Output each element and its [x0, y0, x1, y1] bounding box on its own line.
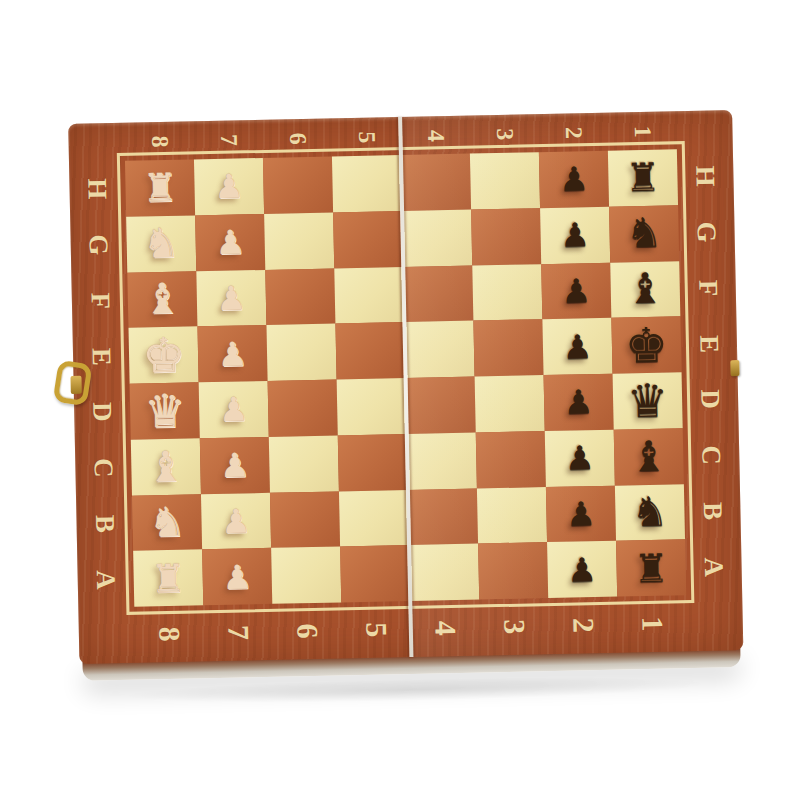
square-b1: ♞: [615, 484, 685, 541]
square-e1: ♚: [611, 316, 681, 373]
square-h2: ♟: [539, 151, 609, 208]
square-a1: ♜: [616, 539, 686, 596]
dark-pawn: ♟: [565, 441, 595, 475]
coord-label-left-E: E: [85, 347, 116, 366]
light-pawn: ♟: [214, 170, 244, 204]
brass-clasp-icon: [53, 360, 93, 407]
light-rook: ♜: [142, 168, 178, 208]
coord-label-right-A: A: [698, 557, 729, 577]
square-d8: ♛: [130, 382, 200, 439]
coord-label-right-G: G: [691, 221, 722, 243]
coord-label-bottom-7: 7: [221, 625, 255, 641]
square-g5: [333, 211, 403, 268]
square-e6: [266, 324, 336, 381]
square-e7: ♟: [197, 325, 267, 382]
light-pawn: ♟: [217, 337, 247, 371]
coord-label-left-H: H: [82, 178, 113, 200]
square-h4: [401, 154, 471, 211]
dark-pawn: ♟: [566, 497, 596, 531]
coord-label-bottom-5: 5: [359, 622, 393, 638]
coord-label-top-5: 5: [352, 130, 379, 143]
square-d6: [268, 379, 338, 436]
square-h7: ♟: [194, 158, 264, 215]
square-b8: ♞: [132, 494, 202, 551]
square-f8: ♝: [127, 271, 197, 328]
dark-pawn: ♟: [560, 218, 590, 252]
square-c1: ♝: [614, 428, 684, 485]
square-a5: [340, 545, 410, 602]
square-c2: ♟: [545, 429, 615, 486]
coord-label-top-2: 2: [559, 126, 586, 139]
square-c8: ♝: [131, 438, 201, 495]
dark-knight: ♞: [625, 213, 663, 255]
square-d5: [337, 378, 407, 435]
dark-rook: ♜: [633, 548, 669, 588]
square-f6: [265, 268, 335, 325]
square-h3: [470, 152, 540, 209]
square-f1: ♝: [610, 261, 680, 318]
dark-king: ♚: [624, 321, 668, 370]
square-e5: [335, 322, 405, 379]
chess-board: 87654321 87654321 HGFEDCBA HGFEDCBA ♜♟♟♜…: [68, 110, 744, 686]
square-a2: ♟: [547, 541, 617, 598]
square-d2: ♟: [544, 374, 614, 431]
coord-label-left-G: G: [83, 234, 114, 256]
square-g2: ♟: [540, 206, 610, 263]
square-c3: [476, 431, 546, 488]
light-pawn: ♟: [216, 281, 246, 315]
square-a8: ♜: [133, 550, 203, 607]
square-g8: ♞: [126, 215, 196, 272]
coord-label-bottom-1: 1: [635, 616, 669, 632]
coord-label-bottom-8: 8: [152, 626, 186, 642]
square-c6: [269, 435, 339, 492]
square-a6: [271, 547, 341, 604]
coord-label-bottom-6: 6: [290, 623, 324, 639]
square-h8: ♜: [125, 159, 195, 216]
square-d1: ♛: [613, 372, 683, 429]
square-b3: [477, 487, 547, 544]
coord-label-bottom-4: 4: [428, 620, 462, 636]
light-knight: ♞: [142, 223, 180, 265]
coord-label-right-E: E: [693, 334, 724, 353]
coord-label-right-D: D: [694, 389, 725, 409]
square-g1: ♞: [609, 205, 679, 262]
light-knight: ♞: [148, 502, 186, 544]
dark-bishop: ♝: [626, 268, 665, 311]
square-b2: ♟: [546, 485, 616, 542]
square-b5: [339, 489, 409, 546]
square-g4: [402, 209, 472, 266]
coord-label-right-B: B: [697, 502, 728, 521]
coord-label-left-B: B: [89, 514, 120, 533]
square-b6: [270, 491, 340, 548]
dark-pawn: ♟: [561, 274, 591, 308]
square-f7: ♟: [196, 269, 266, 326]
square-g3: [471, 208, 541, 265]
square-d3: [475, 375, 545, 432]
light-pawn: ♟: [221, 504, 251, 538]
coord-label-right-H: H: [690, 166, 721, 188]
dark-pawn: ♟: [562, 330, 592, 364]
product-photo: 87654321 87654321 HGFEDCBA HGFEDCBA ♜♟♟♜…: [0, 0, 800, 800]
square-f4: [403, 265, 473, 322]
square-a3: [478, 542, 548, 599]
light-pawn: ♟: [220, 448, 250, 482]
light-pawn: ♟: [219, 393, 249, 427]
coord-label-right-F: F: [692, 279, 723, 296]
dark-pawn: ♟: [563, 385, 593, 419]
square-b4: [408, 488, 478, 545]
square-f2: ♟: [541, 262, 611, 319]
dark-pawn: ♟: [559, 163, 589, 197]
square-g7: ♟: [195, 214, 265, 271]
square-d4: [406, 377, 476, 434]
square-e3: [473, 319, 543, 376]
dark-rook: ♜: [625, 158, 661, 198]
square-c5: [338, 434, 408, 491]
square-a4: [409, 544, 479, 601]
square-g6: [264, 212, 334, 269]
light-pawn: ♟: [222, 560, 252, 594]
brass-hinge-pin-icon: [730, 360, 739, 376]
light-king: ♚: [142, 331, 186, 380]
square-e2: ♟: [542, 318, 612, 375]
square-e4: [404, 321, 474, 378]
light-rook: ♜: [150, 558, 186, 598]
board-face: 87654321 87654321 HGFEDCBA HGFEDCBA ♜♟♟♜…: [68, 110, 743, 664]
coord-label-left-F: F: [84, 292, 115, 309]
coord-label-left-A: A: [90, 569, 121, 589]
square-a7: ♟: [202, 548, 272, 605]
coord-label-top-8: 8: [145, 135, 172, 148]
coord-label-left-C: C: [88, 458, 119, 478]
dark-queen: ♛: [627, 377, 669, 424]
coord-label-top-6: 6: [283, 132, 310, 145]
coord-label-left-D: D: [87, 402, 118, 422]
square-b7: ♟: [201, 492, 271, 549]
light-queen: ♛: [144, 388, 186, 435]
coord-label-top-1: 1: [628, 125, 655, 138]
coord-label-top-3: 3: [490, 128, 517, 141]
coord-label-bottom-3: 3: [497, 619, 531, 635]
square-d7: ♟: [199, 381, 269, 438]
coord-label-top-7: 7: [214, 133, 241, 146]
coord-label-bottom-2: 2: [566, 617, 600, 633]
coord-label-right-C: C: [696, 445, 727, 465]
light-bishop: ♝: [143, 278, 182, 321]
square-f3: [472, 264, 542, 321]
dark-pawn: ♟: [567, 553, 597, 587]
square-c4: [407, 432, 477, 489]
square-c7: ♟: [200, 437, 270, 494]
dark-bishop: ♝: [630, 435, 669, 478]
light-pawn: ♟: [215, 225, 245, 259]
square-h1: ♜: [608, 149, 678, 206]
dark-knight: ♞: [631, 491, 669, 533]
square-f5: [334, 267, 404, 324]
light-bishop: ♝: [147, 445, 186, 488]
coord-label-top-4: 4: [421, 129, 448, 142]
square-e8: ♚: [128, 327, 198, 384]
square-h6: [263, 156, 333, 213]
square-h5: [332, 155, 402, 212]
